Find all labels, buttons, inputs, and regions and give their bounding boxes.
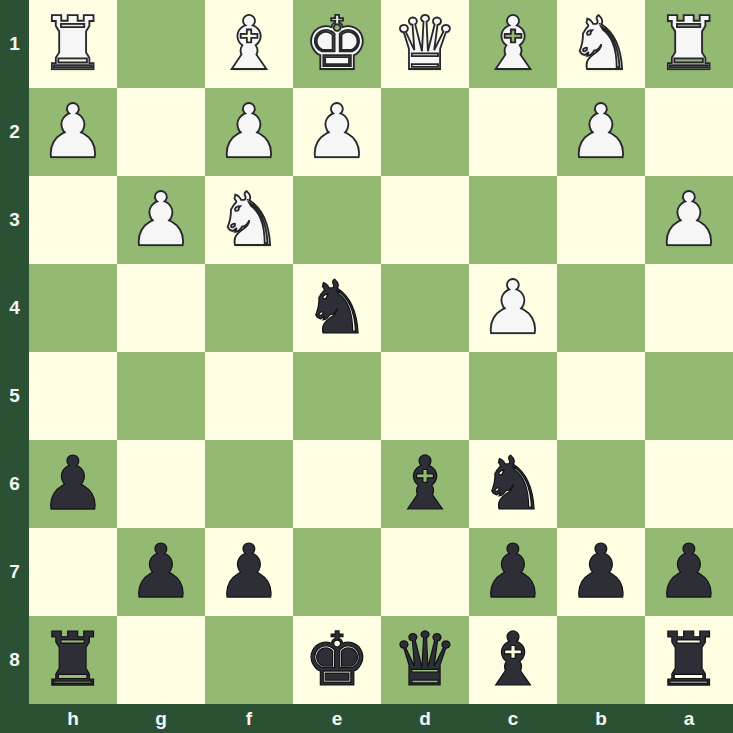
file-label-e: e [293, 704, 381, 733]
square-d2[interactable] [381, 88, 469, 176]
square-g6[interactable] [117, 440, 205, 528]
square-e5[interactable] [293, 352, 381, 440]
square-g3[interactable]: ♟ [117, 176, 205, 264]
rank-label-5: 5 [0, 352, 29, 440]
black-queen-piece[interactable]: ♛ [381, 616, 469, 704]
square-a3[interactable]: ♟ [645, 176, 733, 264]
white-bishop-piece[interactable]: ♝ [469, 0, 557, 88]
chess-board-container: 12345678 ♜♝♚♛♝♞♜♟♟♟♟♟♞♟♞♟♟♝♞♟♟♟♟♟♜♚♛♝♜ h… [0, 0, 733, 733]
square-a8[interactable]: ♜ [645, 616, 733, 704]
square-g4[interactable] [117, 264, 205, 352]
square-b8[interactable] [557, 616, 645, 704]
square-b4[interactable] [557, 264, 645, 352]
square-c1[interactable]: ♝ [469, 0, 557, 88]
file-label-c: c [469, 704, 557, 733]
square-h1[interactable]: ♜ [29, 0, 117, 88]
square-h8[interactable]: ♜ [29, 616, 117, 704]
file-label-b: b [557, 704, 645, 733]
square-h6[interactable]: ♟ [29, 440, 117, 528]
file-labels-strip: hgfedcba [29, 704, 733, 733]
square-d3[interactable] [381, 176, 469, 264]
file-label-g: g [117, 704, 205, 733]
white-rook-piece[interactable]: ♜ [29, 0, 117, 88]
square-f3[interactable]: ♞ [205, 176, 293, 264]
white-pawn-piece[interactable]: ♟ [645, 176, 733, 264]
square-h5[interactable] [29, 352, 117, 440]
square-b6[interactable] [557, 440, 645, 528]
square-e1[interactable]: ♚ [293, 0, 381, 88]
square-c4[interactable]: ♟ [469, 264, 557, 352]
black-king-piece[interactable]: ♚ [293, 616, 381, 704]
square-g5[interactable] [117, 352, 205, 440]
black-pawn-piece[interactable]: ♟ [205, 528, 293, 616]
black-rook-piece[interactable]: ♜ [645, 616, 733, 704]
square-h7[interactable] [29, 528, 117, 616]
black-bishop-piece[interactable]: ♝ [381, 440, 469, 528]
square-h2[interactable]: ♟ [29, 88, 117, 176]
square-h4[interactable] [29, 264, 117, 352]
square-d5[interactable] [381, 352, 469, 440]
white-pawn-piece[interactable]: ♟ [469, 264, 557, 352]
square-g7[interactable]: ♟ [117, 528, 205, 616]
black-knight-piece[interactable]: ♞ [293, 264, 381, 352]
square-d8[interactable]: ♛ [381, 616, 469, 704]
black-bishop-piece[interactable]: ♝ [469, 616, 557, 704]
black-pawn-piece[interactable]: ♟ [29, 440, 117, 528]
square-b5[interactable] [557, 352, 645, 440]
square-f8[interactable] [205, 616, 293, 704]
square-b7[interactable]: ♟ [557, 528, 645, 616]
square-a2[interactable] [645, 88, 733, 176]
white-king-piece[interactable]: ♚ [293, 0, 381, 88]
black-knight-piece[interactable]: ♞ [469, 440, 557, 528]
black-pawn-piece[interactable]: ♟ [469, 528, 557, 616]
rank-label-6: 6 [0, 440, 29, 528]
square-c8[interactable]: ♝ [469, 616, 557, 704]
white-queen-piece[interactable]: ♛ [381, 0, 469, 88]
black-rook-piece[interactable]: ♜ [29, 616, 117, 704]
square-a1[interactable]: ♜ [645, 0, 733, 88]
square-e4[interactable]: ♞ [293, 264, 381, 352]
rank-labels-strip: 12345678 [0, 0, 29, 704]
square-e6[interactable] [293, 440, 381, 528]
square-e2[interactable]: ♟ [293, 88, 381, 176]
file-label-d: d [381, 704, 469, 733]
rank-label-4: 4 [0, 264, 29, 352]
square-g1[interactable] [117, 0, 205, 88]
rank-label-3: 3 [0, 176, 29, 264]
square-d4[interactable] [381, 264, 469, 352]
square-f6[interactable] [205, 440, 293, 528]
square-g8[interactable] [117, 616, 205, 704]
black-pawn-piece[interactable]: ♟ [645, 528, 733, 616]
square-e7[interactable] [293, 528, 381, 616]
rank-label-8: 8 [0, 616, 29, 704]
square-a7[interactable]: ♟ [645, 528, 733, 616]
square-e3[interactable] [293, 176, 381, 264]
white-pawn-piece[interactable]: ♟ [293, 88, 381, 176]
square-d1[interactable]: ♛ [381, 0, 469, 88]
square-f1[interactable]: ♝ [205, 0, 293, 88]
square-c2[interactable] [469, 88, 557, 176]
white-knight-piece[interactable]: ♞ [557, 0, 645, 88]
white-bishop-piece[interactable]: ♝ [205, 0, 293, 88]
black-pawn-piece[interactable]: ♟ [117, 528, 205, 616]
square-f4[interactable] [205, 264, 293, 352]
file-label-a: a [645, 704, 733, 733]
square-c3[interactable] [469, 176, 557, 264]
square-b3[interactable] [557, 176, 645, 264]
file-label-h: h [29, 704, 117, 733]
square-g2[interactable] [117, 88, 205, 176]
square-a6[interactable] [645, 440, 733, 528]
square-c6[interactable]: ♞ [469, 440, 557, 528]
square-d6[interactable]: ♝ [381, 440, 469, 528]
rank-label-2: 2 [0, 88, 29, 176]
square-b1[interactable]: ♞ [557, 0, 645, 88]
black-pawn-piece[interactable]: ♟ [557, 528, 645, 616]
square-h3[interactable] [29, 176, 117, 264]
white-pawn-piece[interactable]: ♟ [557, 88, 645, 176]
square-f7[interactable]: ♟ [205, 528, 293, 616]
white-rook-piece[interactable]: ♜ [645, 0, 733, 88]
square-f2[interactable]: ♟ [205, 88, 293, 176]
square-a5[interactable] [645, 352, 733, 440]
square-f5[interactable] [205, 352, 293, 440]
square-c5[interactable] [469, 352, 557, 440]
white-knight-piece[interactable]: ♞ [205, 176, 293, 264]
square-d7[interactable] [381, 528, 469, 616]
square-c7[interactable]: ♟ [469, 528, 557, 616]
white-pawn-piece[interactable]: ♟ [205, 88, 293, 176]
file-label-f: f [205, 704, 293, 733]
rank-label-1: 1 [0, 0, 29, 88]
white-pawn-piece[interactable]: ♟ [29, 88, 117, 176]
square-b2[interactable]: ♟ [557, 88, 645, 176]
rank-label-7: 7 [0, 528, 29, 616]
white-pawn-piece[interactable]: ♟ [117, 176, 205, 264]
square-a4[interactable] [645, 264, 733, 352]
chess-board: ♜♝♚♛♝♞♜♟♟♟♟♟♞♟♞♟♟♝♞♟♟♟♟♟♜♚♛♝♜ [29, 0, 733, 704]
square-e8[interactable]: ♚ [293, 616, 381, 704]
